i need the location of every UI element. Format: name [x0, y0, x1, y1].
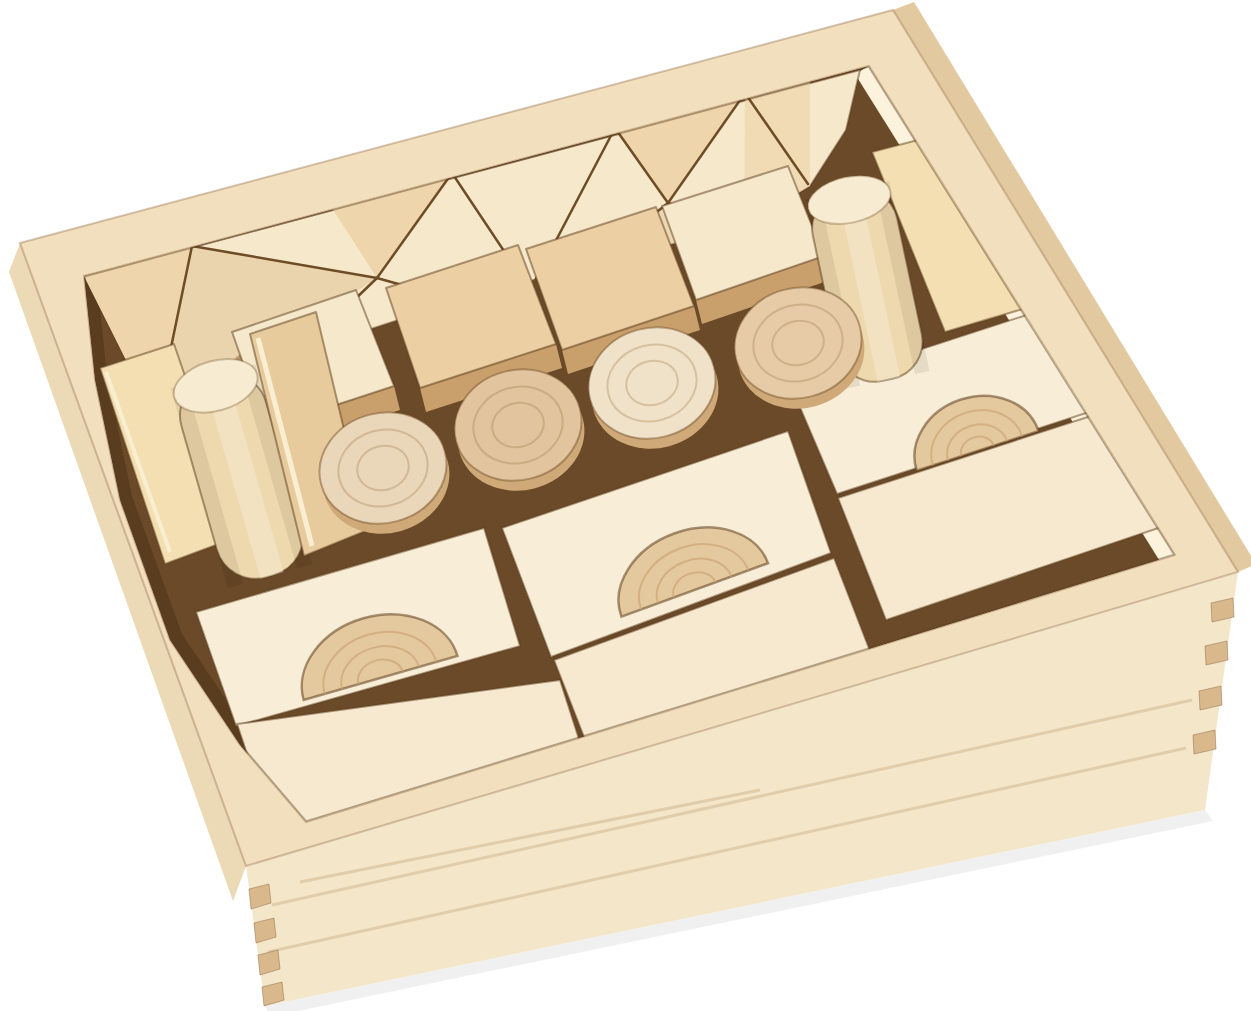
product-photo-wooden-blocks: [0, 0, 1251, 1011]
blocks-box-illustration: [0, 0, 1251, 1011]
